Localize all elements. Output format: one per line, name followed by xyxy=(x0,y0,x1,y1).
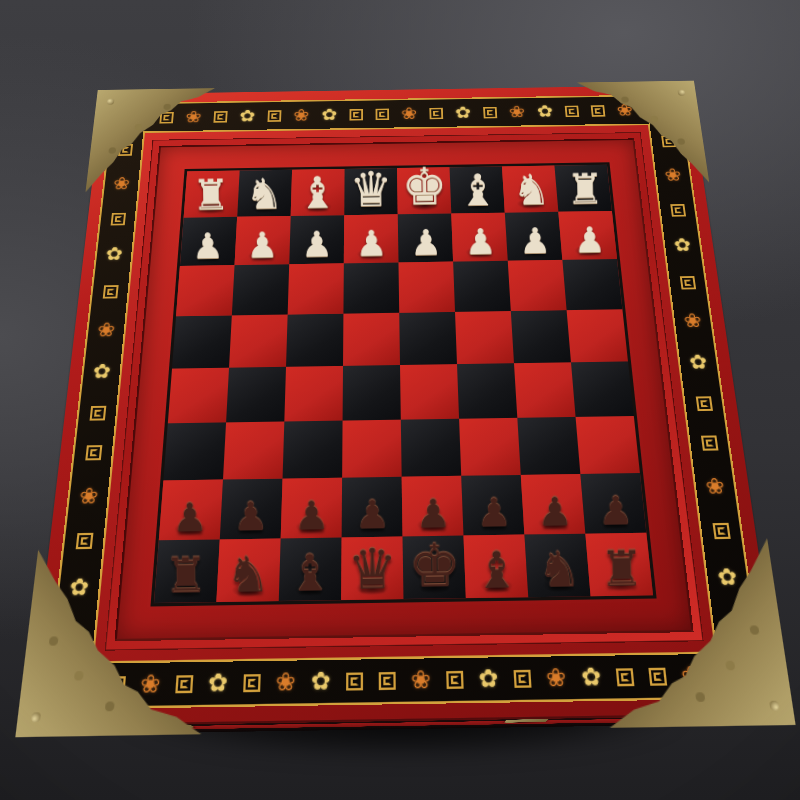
square-d3[interactable] xyxy=(342,420,402,478)
square-b5[interactable] xyxy=(229,314,288,367)
square-f8[interactable]: ♝ xyxy=(450,166,505,213)
square-f5[interactable] xyxy=(455,311,514,364)
piece-black-king[interactable]: ♚ xyxy=(407,537,461,597)
piece-white-pawn[interactable]: ♟ xyxy=(191,228,223,264)
square-g7[interactable]: ♟ xyxy=(505,212,563,261)
blossom-motif: ❀ xyxy=(185,109,202,125)
square-c4[interactable] xyxy=(284,366,343,422)
meander-motif xyxy=(89,406,106,421)
square-g3[interactable] xyxy=(517,417,580,475)
inner-red-frame: ♜♞♝♛♚♝♞♜♟♟♟♟♟♟♟♟♟♟♟♟♟♟♟♟♜♞♝♛♚♝♞♜ xyxy=(91,123,717,663)
chess-box: ❀✿❀✿❀✿❀✿❀ ❀✿❀✿❀✿❀✿❀ ❀✿❀✿❀✿ ❀✿❀✿❀✿ ♜♞♝♛♚♝… xyxy=(28,85,782,725)
square-h2[interactable]: ♟ xyxy=(580,473,646,534)
piece-black-bishop[interactable]: ♝ xyxy=(287,548,333,599)
piece-white-bishop[interactable]: ♝ xyxy=(458,168,497,212)
square-h3[interactable] xyxy=(576,416,640,474)
piece-white-pawn[interactable]: ♟ xyxy=(518,223,550,259)
frame-molding-inner: ♜♞♝♛♚♝♞♜♟♟♟♟♟♟♟♟♟♟♟♟♟♟♟♟♜♞♝♛♚♝♞♜ xyxy=(114,138,693,641)
square-g6[interactable] xyxy=(508,260,567,311)
meander-motif xyxy=(118,144,133,156)
flower-motif: ✿ xyxy=(239,108,256,124)
blossom-motif: ❀ xyxy=(508,104,525,120)
meander-motif xyxy=(565,105,580,117)
meander-motif xyxy=(213,111,227,123)
blossom-motif: ❀ xyxy=(401,105,417,121)
meander-motif xyxy=(483,107,497,119)
square-c5[interactable] xyxy=(286,314,343,367)
blossom-motif: ❀ xyxy=(293,107,309,123)
piece-white-pawn[interactable]: ♟ xyxy=(300,227,332,263)
piece-white-knight[interactable]: ♞ xyxy=(512,168,550,211)
flower-motif: ✿ xyxy=(321,107,337,123)
piece-black-rook[interactable]: ♜ xyxy=(163,551,208,601)
meander-motif xyxy=(590,105,605,117)
square-b7[interactable]: ♟ xyxy=(235,216,291,265)
square-e4[interactable] xyxy=(400,364,459,420)
square-h5[interactable] xyxy=(567,309,628,362)
meander-motif xyxy=(429,107,443,119)
flower-motif: ✿ xyxy=(455,105,472,121)
chess-set-photo: ❀✿❀✿❀✿❀✿❀ ❀✿❀✿❀✿❀✿❀ ❀✿❀✿❀✿ ❀✿❀✿❀✿ ♜♞♝♛♚♝… xyxy=(0,0,800,800)
piece-black-pawn[interactable]: ♟ xyxy=(354,495,390,535)
blossom-motif: ❀ xyxy=(96,321,115,340)
flower-motif: ✿ xyxy=(673,237,692,255)
meander-motif xyxy=(159,112,173,124)
square-e7[interactable]: ♟ xyxy=(398,213,453,262)
square-g4[interactable] xyxy=(514,362,576,418)
square-a8[interactable]: ♜ xyxy=(184,171,240,218)
piece-black-pawn[interactable]: ♟ xyxy=(597,491,633,531)
square-g1[interactable]: ♞ xyxy=(524,534,590,597)
piece-black-pawn[interactable]: ♟ xyxy=(293,496,329,536)
square-e1[interactable]: ♚ xyxy=(403,536,466,600)
piece-black-pawn[interactable]: ♟ xyxy=(475,493,511,533)
meander-motif xyxy=(350,109,364,121)
square-c2[interactable]: ♟ xyxy=(281,478,342,539)
square-b3[interactable] xyxy=(223,421,284,479)
piece-white-pawn[interactable]: ♟ xyxy=(573,222,605,258)
square-b1[interactable]: ♞ xyxy=(216,538,280,602)
blossom-motif: ❀ xyxy=(78,485,99,507)
square-a3[interactable] xyxy=(163,422,226,480)
piece-black-queen[interactable]: ♛ xyxy=(346,541,397,597)
piece-white-pawn[interactable]: ♟ xyxy=(409,225,441,261)
piece-white-king[interactable]: ♚ xyxy=(401,162,447,213)
square-d1[interactable]: ♛ xyxy=(341,537,403,601)
meander-motif xyxy=(616,668,635,686)
decorative-border-band: ❀✿❀✿❀✿❀✿❀ ❀✿❀✿❀✿❀✿❀ ❀✿❀✿❀✿ ❀✿❀✿❀✿ ♜♞♝♛♚♝… xyxy=(44,94,767,710)
square-f3[interactable] xyxy=(459,418,521,476)
piece-black-pawn[interactable]: ♟ xyxy=(536,492,572,532)
blossom-motif: ❀ xyxy=(139,671,161,696)
square-g5[interactable] xyxy=(511,310,571,363)
blossom-motif: ❀ xyxy=(112,175,130,192)
blossom-motif: ❀ xyxy=(275,669,296,694)
blossom-motif: ❀ xyxy=(664,167,683,184)
square-f4[interactable] xyxy=(457,363,517,419)
square-a7[interactable]: ♟ xyxy=(180,217,237,266)
piece-white-pawn[interactable]: ♟ xyxy=(355,226,387,262)
square-b2[interactable]: ♟ xyxy=(220,479,283,540)
piece-black-knight[interactable]: ♞ xyxy=(536,545,581,595)
square-h8[interactable]: ♜ xyxy=(554,165,611,212)
square-a4[interactable] xyxy=(168,368,229,424)
blossom-motif: ❀ xyxy=(545,665,567,690)
square-d5[interactable] xyxy=(343,313,400,366)
flower-motif: ✿ xyxy=(716,566,738,590)
square-h4[interactable] xyxy=(571,361,634,416)
flower-motif: ✿ xyxy=(207,670,228,695)
flower-motif: ✿ xyxy=(688,353,708,373)
piece-white-pawn[interactable]: ♟ xyxy=(464,224,496,260)
square-g8[interactable]: ♞ xyxy=(502,166,558,213)
square-f6[interactable] xyxy=(453,261,511,312)
square-b8[interactable]: ♞ xyxy=(237,170,292,217)
meander-motif xyxy=(85,445,102,460)
piece-white-pawn[interactable]: ♟ xyxy=(246,227,278,263)
meander-motif xyxy=(378,671,395,689)
piece-black-pawn[interactable]: ♟ xyxy=(415,494,451,534)
blossom-motif: ❀ xyxy=(411,667,431,692)
meander-motif xyxy=(110,213,125,226)
piece-white-bishop[interactable]: ♝ xyxy=(298,171,337,215)
square-b4[interactable] xyxy=(226,367,286,423)
meander-motif xyxy=(102,285,118,298)
square-f7[interactable]: ♟ xyxy=(451,213,507,262)
piece-black-pawn[interactable]: ♟ xyxy=(232,497,268,537)
meander-motif xyxy=(661,136,676,148)
meander-motif xyxy=(267,110,281,122)
meander-motif xyxy=(375,108,389,120)
blossom-motif: ❀ xyxy=(704,475,725,497)
square-e3[interactable] xyxy=(401,419,461,477)
square-d6[interactable] xyxy=(343,262,399,313)
flower-motif: ✿ xyxy=(105,246,124,264)
meander-motif xyxy=(700,435,718,450)
meander-motif xyxy=(243,673,261,691)
red-lacquer-frame: ❀✿❀✿❀✿❀✿❀ ❀✿❀✿❀✿❀✿❀ ❀✿❀✿❀✿ ❀✿❀✿❀✿ ♜♞♝♛♚♝… xyxy=(28,85,782,725)
flower-motif: ✿ xyxy=(311,669,331,694)
square-d2[interactable]: ♟ xyxy=(342,477,403,538)
piece-white-queen[interactable]: ♛ xyxy=(349,165,393,213)
square-b6[interactable] xyxy=(232,264,289,315)
piece-white-rook[interactable]: ♜ xyxy=(565,167,603,210)
meander-motif xyxy=(446,670,463,688)
meander-motif xyxy=(648,667,667,685)
square-f1[interactable]: ♝ xyxy=(463,535,528,599)
piece-black-knight[interactable]: ♞ xyxy=(225,550,270,600)
meander-motif xyxy=(679,276,695,289)
square-e5[interactable] xyxy=(399,312,457,365)
square-d8[interactable]: ♛ xyxy=(344,168,398,215)
square-e6[interactable] xyxy=(398,262,455,313)
flower-motif: ✿ xyxy=(68,576,90,600)
meander-motif xyxy=(513,669,531,687)
square-c1[interactable]: ♝ xyxy=(279,537,342,601)
square-e2[interactable]: ♟ xyxy=(402,476,464,537)
piece-black-pawn[interactable]: ♟ xyxy=(171,498,207,538)
piece-white-rook[interactable]: ♜ xyxy=(191,173,229,216)
square-a5[interactable] xyxy=(172,315,232,368)
square-d7[interactable]: ♟ xyxy=(344,214,399,263)
square-g2[interactable]: ♟ xyxy=(521,474,586,535)
meander-motif xyxy=(712,523,730,539)
blossom-motif: ❀ xyxy=(683,311,703,330)
square-a1[interactable]: ♜ xyxy=(154,539,220,603)
square-d4[interactable] xyxy=(343,365,401,421)
square-c8[interactable]: ♝ xyxy=(291,169,345,216)
square-e8[interactable]: ♚ xyxy=(397,167,451,214)
piece-black-bishop[interactable]: ♝ xyxy=(474,545,520,596)
square-h7[interactable]: ♟ xyxy=(558,211,617,260)
piece-black-rook[interactable]: ♜ xyxy=(599,544,644,594)
meander-motif xyxy=(346,672,363,690)
flower-motif: ✿ xyxy=(92,362,112,382)
square-a2[interactable]: ♟ xyxy=(159,480,223,541)
flower-motif: ✿ xyxy=(580,665,602,690)
square-c6[interactable] xyxy=(288,263,344,314)
meander-motif xyxy=(75,533,93,549)
piece-white-knight[interactable]: ♞ xyxy=(245,173,283,216)
frame-molding-outer: ♜♞♝♛♚♝♞♜♟♟♟♟♟♟♟♟♟♟♟♟♟♟♟♟♜♞♝♛♚♝♞♜ xyxy=(105,132,704,651)
square-h6[interactable] xyxy=(562,259,622,310)
square-c3[interactable] xyxy=(283,421,343,479)
meander-motif xyxy=(670,204,686,217)
square-a6[interactable] xyxy=(176,265,235,316)
square-c7[interactable]: ♟ xyxy=(289,215,344,264)
flower-motif: ✿ xyxy=(536,103,553,119)
meander-motif xyxy=(695,396,712,411)
square-h1[interactable]: ♜ xyxy=(585,533,653,596)
flower-motif: ✿ xyxy=(478,666,499,691)
brass-hinge-right xyxy=(504,719,548,723)
meander-motif xyxy=(175,675,193,693)
square-f2[interactable]: ♟ xyxy=(461,475,524,536)
chess-board: ♜♞♝♛♚♝♞♜♟♟♟♟♟♟♟♟♟♟♟♟♟♟♟♟♜♞♝♛♚♝♞♜ xyxy=(150,162,656,606)
